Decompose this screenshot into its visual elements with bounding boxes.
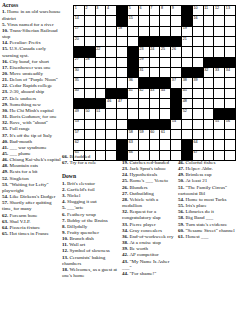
grid-cell-r14c8[interactable] bbox=[150, 140, 161, 150]
grid-cell-r8c14[interactable] bbox=[214, 78, 225, 88]
cell-number: 59 bbox=[139, 130, 143, 134]
grid-cell-r1c9[interactable]: 8 bbox=[160, 6, 171, 16]
grid-cell-r11c3[interactable]: 51 bbox=[96, 109, 107, 119]
down-clue-28: 28. Vehicle with a medallion bbox=[122, 197, 175, 209]
grid-cell-r7c9[interactable] bbox=[160, 68, 171, 78]
grid-cell-r6c13 bbox=[204, 58, 215, 68]
grid-cell-r1c7[interactable]: 6 bbox=[139, 6, 150, 16]
grid-cell-r7c13[interactable]: 32 bbox=[204, 68, 215, 78]
grid-cell-r6c8[interactable] bbox=[150, 58, 161, 68]
cell-number: 58 bbox=[129, 130, 133, 134]
grid-cell-r14c9[interactable] bbox=[160, 140, 171, 150]
grid-cell-r6c4[interactable] bbox=[106, 58, 117, 68]
grid-cell-r3c1[interactable]: 17 bbox=[74, 27, 85, 37]
grid-cell-r12c2[interactable] bbox=[85, 120, 96, 130]
cell-number: 13 bbox=[226, 6, 230, 10]
grid-cell-r2c1[interactable]: 14 bbox=[74, 16, 85, 26]
grid-cell-r4c15[interactable] bbox=[225, 37, 236, 47]
grid-cell-r6c6 bbox=[128, 58, 139, 68]
grid-cell-r13c11[interactable] bbox=[182, 130, 193, 140]
grid-cell-r12c5[interactable] bbox=[117, 120, 128, 130]
across-clue-57: 57. Shortly after quitting time, for man… bbox=[2, 200, 62, 212]
clue-column-four: 46. Colorful fishes47. Helper: Abbr.49. … bbox=[178, 160, 235, 240]
grid-cell-r1c14[interactable]: 12 bbox=[214, 6, 225, 16]
grid-cell-r4c8 bbox=[150, 37, 161, 47]
grid-cell-r8c3[interactable] bbox=[96, 78, 107, 88]
cell-number: 46 bbox=[107, 99, 111, 103]
cell-number: 24 bbox=[150, 47, 154, 51]
across-clue-1: 1. Home in an old warehouse district bbox=[2, 9, 62, 21]
grid-cell-r10c14[interactable] bbox=[214, 99, 225, 109]
grid-cell-r7c5[interactable] bbox=[117, 68, 128, 78]
grid-cell-r9c12[interactable] bbox=[193, 89, 204, 99]
grid-cell-r6c1[interactable]: 27 bbox=[74, 58, 85, 68]
grid-cell-r14c10[interactable] bbox=[171, 140, 182, 150]
grid-cell-r8c2[interactable] bbox=[85, 78, 96, 88]
grid-cell-r10c7[interactable] bbox=[139, 99, 150, 109]
cell-number: 42 bbox=[139, 88, 143, 92]
down-clue-12: 12. Symbol of slowness bbox=[62, 248, 118, 254]
grid-cell-r2c10[interactable] bbox=[171, 16, 182, 26]
clue-column-two: 66. Befuddled67. Try for a role Down 1. … bbox=[62, 154, 118, 279]
cell-number: 44 bbox=[161, 88, 165, 92]
grid-cell-r5c13[interactable] bbox=[204, 47, 215, 57]
grid-cell-r3c8[interactable] bbox=[150, 27, 161, 37]
cell-number: 28 bbox=[85, 57, 89, 61]
grid-cell-r11c8[interactable] bbox=[150, 109, 161, 119]
cell-number: 10 bbox=[193, 6, 197, 10]
cell-number: 50 bbox=[85, 109, 89, 113]
grid-cell-r10c10 bbox=[171, 99, 182, 109]
grid-cell-r8c9 bbox=[160, 78, 171, 88]
grid-cell-r12c3[interactable] bbox=[96, 120, 107, 130]
grid-cell-r3c7[interactable] bbox=[139, 27, 150, 37]
cell-number: 12 bbox=[215, 6, 219, 10]
grid-cell-r4c11[interactable]: 21 bbox=[182, 37, 193, 47]
grid-cell-r9c13[interactable] bbox=[204, 89, 215, 99]
grid-cell-r14c4[interactable] bbox=[106, 140, 117, 150]
grid-cell-r9c9[interactable]: 44 bbox=[160, 89, 171, 99]
cell-number: 31 bbox=[139, 68, 143, 72]
down-clues-list-2: 19. Catches red-handed23. Jack Sprat's t… bbox=[122, 160, 175, 277]
grid-cell-r11c9[interactable] bbox=[160, 109, 171, 119]
grid-cell-r13c2[interactable] bbox=[85, 130, 96, 140]
grid-cell-r10c12[interactable] bbox=[193, 99, 204, 109]
grid-cell-r6c15 bbox=[225, 58, 236, 68]
down-clue-60: 60. "Sesame Street" channel bbox=[178, 228, 235, 234]
grid-cell-r7c10[interactable] bbox=[171, 68, 182, 78]
grid-cell-r13c6[interactable]: 58 bbox=[128, 130, 139, 140]
grid-cell-r7c3[interactable] bbox=[96, 68, 107, 78]
grid-cell-r13c10[interactable] bbox=[171, 130, 182, 140]
grid-cell-r1c13[interactable]: 11 bbox=[204, 6, 215, 16]
grid-cell-r2c4[interactable] bbox=[106, 16, 117, 26]
grid-cell-r2c8[interactable] bbox=[150, 16, 161, 26]
cell-number: 54 bbox=[172, 119, 176, 123]
cell-number: 52 bbox=[183, 109, 187, 113]
grid-cell-r12c14[interactable]: 55 bbox=[214, 120, 225, 130]
across-clues-column: Across 1. Home in an old warehouse distr… bbox=[2, 2, 62, 237]
grid-cell-r11c6[interactable] bbox=[128, 109, 139, 119]
grid-cell-r5c8[interactable]: 24 bbox=[150, 47, 161, 57]
across-header: Across bbox=[2, 2, 62, 8]
grid-cell-r12c1[interactable]: 53 bbox=[74, 120, 85, 130]
down-clue-44: 44. "For shame!" bbox=[122, 271, 175, 277]
grid-cell-r7c7[interactable]: 31 bbox=[139, 68, 150, 78]
grid-cell-r9c14[interactable] bbox=[214, 89, 225, 99]
cell-number: 29 bbox=[139, 57, 143, 61]
grid-cell-r8c7 bbox=[139, 78, 150, 88]
grid-cell-r4c1[interactable]: 20 bbox=[74, 37, 85, 47]
down-clue-32: 32. Request for a congratulatory slap bbox=[122, 209, 175, 221]
across-clue-5: 5. Virus named for a river bbox=[2, 22, 62, 28]
down-clues-list-3: 46. Colorful fishes47. Helper: Abbr.49. … bbox=[178, 160, 235, 240]
grid-cell-r13c4[interactable] bbox=[106, 130, 117, 140]
grid-cell-r11c7[interactable] bbox=[139, 109, 150, 119]
grid-cell-r10c5[interactable]: 47 bbox=[117, 99, 128, 109]
cell-number: 49 bbox=[75, 109, 79, 113]
grid-cell-r3c3[interactable] bbox=[96, 27, 107, 37]
grid-cell-r3c10[interactable] bbox=[171, 27, 182, 37]
grid-cell-r2c3[interactable] bbox=[96, 16, 107, 26]
grid-cell-r6c3[interactable] bbox=[96, 58, 107, 68]
crossword-grid: 1234567891011121314151617181920212223242… bbox=[73, 5, 236, 161]
grid-cell-r11c13[interactable] bbox=[204, 109, 215, 119]
grid-cell-r9c11[interactable]: 45 bbox=[182, 89, 193, 99]
grid-cell-r8c10[interactable]: 37 bbox=[171, 78, 182, 88]
grid-cell-r5c12[interactable] bbox=[193, 47, 204, 57]
grid-cell-r8c13[interactable] bbox=[204, 78, 215, 88]
cell-number: 32 bbox=[204, 68, 208, 72]
cell-number: 35 bbox=[75, 78, 79, 82]
cell-number: 4 bbox=[107, 6, 109, 10]
grid-cell-r11c5[interactable] bbox=[117, 109, 128, 119]
down-clue-51: 51. "The Family Circus" cartoonist Bil bbox=[178, 185, 235, 197]
grid-cell-r14c14[interactable] bbox=[214, 140, 225, 150]
across-clue-15: 15. U.S./Canada early warning syst. bbox=[2, 46, 62, 58]
cell-number: 37 bbox=[172, 78, 176, 82]
grid-cell-r11c10 bbox=[171, 109, 182, 119]
grid-cell-r1c5 bbox=[117, 6, 128, 16]
grid-cell-r1c11 bbox=[182, 6, 193, 16]
clue-column-three: 19. Catches red-handed23. Jack Sprat's t… bbox=[122, 160, 175, 277]
grid-cell-r5c4[interactable] bbox=[106, 47, 117, 57]
cell-number: 25 bbox=[161, 47, 165, 51]
cell-number: 22 bbox=[96, 47, 100, 51]
grid-cell-r9c7[interactable]: 42 bbox=[139, 89, 150, 99]
grid-cell-r8c5[interactable] bbox=[117, 78, 128, 88]
cell-number: 11 bbox=[204, 6, 208, 10]
cell-number: 8 bbox=[161, 6, 163, 10]
grid-cell-r2c5 bbox=[117, 16, 128, 26]
grid-cell-r14c15[interactable] bbox=[225, 140, 236, 150]
grid-cell-r6c5[interactable] bbox=[117, 58, 128, 68]
grid-cell-r10c15[interactable] bbox=[225, 99, 236, 109]
grid-cell-r4c2[interactable] bbox=[85, 37, 96, 47]
grid-cell-r8c11[interactable]: 38 bbox=[182, 78, 193, 88]
grid-cell-r14c6[interactable]: 63 bbox=[128, 140, 139, 150]
grid-cell-r12c4[interactable] bbox=[106, 120, 117, 130]
grid-cell-r11c1[interactable]: 49 bbox=[74, 109, 85, 119]
grid-cell-r10c4[interactable]: 46 bbox=[106, 99, 117, 109]
grid-cell-r3c12[interactable] bbox=[193, 27, 204, 37]
cell-number: 51 bbox=[96, 109, 100, 113]
grid-cell-r3c4[interactable] bbox=[106, 27, 117, 37]
grid-cell-r2c14[interactable] bbox=[214, 16, 225, 26]
grid-cell-r13c3[interactable] bbox=[96, 130, 107, 140]
grid-cell-r12c11[interactable] bbox=[182, 120, 193, 130]
grid-cell-r5c14[interactable] bbox=[214, 47, 225, 57]
cell-number: 30 bbox=[75, 68, 79, 72]
grid-cell-r2c6[interactable]: 15 bbox=[128, 16, 139, 26]
grid-cell-r4c12[interactable] bbox=[193, 37, 204, 47]
grid-cell-r9c4 bbox=[106, 89, 117, 99]
grid-cell-r1c12[interactable]: 10 bbox=[193, 6, 204, 16]
grid-cell-r14c12[interactable]: 64 bbox=[193, 140, 204, 150]
cell-number: 67 bbox=[193, 150, 197, 154]
grid-cell-r14c5 bbox=[117, 140, 128, 150]
grid-cell-r4c14[interactable] bbox=[214, 37, 225, 47]
down-clue-43: 43. "My Name Is Asher ___" bbox=[122, 259, 175, 271]
grid-cell-r1c15[interactable]: 13 bbox=[225, 6, 236, 16]
down-clue-13: 13. Ceramists' baking chambers bbox=[62, 255, 118, 267]
cell-number: 9 bbox=[172, 6, 174, 10]
grid-cell-r7c15[interactable]: 34 bbox=[225, 68, 236, 78]
cell-number: 1 bbox=[75, 6, 77, 10]
grid-cell-r3c11[interactable]: 19 bbox=[182, 27, 193, 37]
grid-cell-r10c8[interactable] bbox=[150, 99, 161, 109]
grid-cell-r3c13[interactable] bbox=[204, 27, 215, 37]
grid-cell-r5c2 bbox=[85, 47, 96, 57]
grid-cell-r4c7 bbox=[139, 37, 150, 47]
across-clue-53: 53. "Waiting for Lefty" playwright bbox=[2, 182, 62, 194]
grid-cell-r1c1[interactable]: 1 bbox=[74, 6, 85, 16]
grid-cell-r6c11[interactable] bbox=[182, 58, 193, 68]
grid-cell-r8c4[interactable] bbox=[106, 78, 117, 88]
cell-number: 23 bbox=[139, 47, 143, 51]
cell-number: 60 bbox=[150, 130, 154, 134]
grid-cell-r8c1[interactable]: 35 bbox=[74, 78, 85, 88]
grid-cell-r2c9[interactable] bbox=[160, 16, 171, 26]
grid-cell-r7c1[interactable]: 30 bbox=[74, 68, 85, 78]
grid-cell-r14c13[interactable] bbox=[204, 140, 215, 150]
grid-cell-r9c3[interactable] bbox=[96, 89, 107, 99]
grid-cell-r13c12[interactable] bbox=[193, 130, 204, 140]
grid-cell-r1c6[interactable]: 5 bbox=[128, 6, 139, 16]
grid-cell-r13c7[interactable]: 59 bbox=[139, 130, 150, 140]
grid-cell-r7c8[interactable] bbox=[150, 68, 161, 78]
grid-cell-r4c4[interactable] bbox=[106, 37, 117, 47]
grid-cell-r14c7[interactable] bbox=[139, 140, 150, 150]
cell-number: 27 bbox=[75, 57, 79, 61]
grid-cell-r2c13[interactable] bbox=[204, 16, 215, 26]
cell-number: 56 bbox=[226, 119, 230, 123]
grid-cell-r10c13[interactable] bbox=[204, 99, 215, 109]
grid-cell-r7c11 bbox=[182, 68, 193, 78]
grid-cell-r4c6[interactable] bbox=[128, 37, 139, 47]
cell-number: 20 bbox=[75, 37, 79, 41]
grid-cell-r5c7[interactable]: 23 bbox=[139, 47, 150, 57]
grid-cell-r7c6 bbox=[128, 68, 139, 78]
down-clues-list-1: 1. Brit's elevator2. Garfield's foil3. N… bbox=[62, 181, 118, 280]
grid-cell-r6c7[interactable]: 29 bbox=[139, 58, 150, 68]
grid-cell-r9c10 bbox=[171, 89, 182, 99]
grid-cell-r6c10[interactable] bbox=[171, 58, 182, 68]
grid-cell-r5c5[interactable] bbox=[117, 47, 128, 57]
grid-cell-r5c15[interactable] bbox=[225, 47, 236, 57]
down-clue-61: 61. Honest ___ bbox=[178, 234, 235, 240]
across-clue-10: 10. Trans-Siberian Railroad stop bbox=[2, 28, 62, 40]
column-spacer bbox=[62, 166, 118, 173]
grid-cell-r10c6[interactable] bbox=[128, 99, 139, 109]
grid-cell-r5c11[interactable] bbox=[182, 47, 193, 57]
grid-cell-r2c7[interactable] bbox=[139, 16, 150, 26]
down-clue-59: 59. Turn state's evidence bbox=[178, 222, 235, 228]
cell-number: 41 bbox=[129, 88, 133, 92]
across-clue-65: 65. Hot times in France bbox=[2, 231, 62, 237]
across-clues-list-main: 1. Home in an old warehouse district5. V… bbox=[2, 9, 62, 237]
grid-cell-r13c1[interactable]: 57 bbox=[74, 130, 85, 140]
grid-cell-r13c14[interactable] bbox=[214, 130, 225, 140]
grid-cell-r4c10 bbox=[171, 37, 182, 47]
grid-cell-r5c9[interactable]: 25 bbox=[160, 47, 171, 57]
grid-cell-r2c2[interactable] bbox=[85, 16, 96, 26]
grid-cell-r8c6[interactable]: 36 bbox=[128, 78, 139, 88]
cell-number: 55 bbox=[215, 119, 219, 123]
grid-cell-r8c15[interactable] bbox=[225, 78, 236, 88]
grid-cell-r3c14[interactable] bbox=[214, 27, 225, 37]
grid-cell-r11c12[interactable] bbox=[193, 109, 204, 119]
grid-cell-r12c13[interactable] bbox=[204, 120, 215, 130]
grid-cell-r8c8 bbox=[150, 78, 161, 88]
cell-number: 66 bbox=[129, 150, 133, 154]
grid-cell-r12c8 bbox=[150, 120, 161, 130]
grid-cell-r6c14 bbox=[214, 58, 225, 68]
grid-cell-r12c10[interactable]: 54 bbox=[171, 120, 182, 130]
grid-cell-r9c15[interactable] bbox=[225, 89, 236, 99]
grid-cell-r6c2[interactable]: 28 bbox=[85, 58, 96, 68]
grid-cell-r1c8[interactable]: 7 bbox=[150, 6, 161, 16]
grid-cell-r11c4[interactable] bbox=[106, 109, 117, 119]
grid-cell-r12c6 bbox=[128, 120, 139, 130]
grid-cell-r5c1 bbox=[74, 47, 85, 57]
cell-number: 18 bbox=[118, 26, 122, 30]
cell-number: 3 bbox=[96, 6, 98, 10]
grid-cell-r9c2[interactable] bbox=[85, 89, 96, 99]
grid-cell-r13c13[interactable] bbox=[204, 130, 215, 140]
grid-cell-r5c3[interactable]: 22 bbox=[96, 47, 107, 57]
cell-number: 16 bbox=[193, 16, 197, 20]
grid-cell-r5c10[interactable]: 26 bbox=[171, 47, 182, 57]
grid-cell-r3c15[interactable] bbox=[225, 27, 236, 37]
cell-number: 26 bbox=[172, 47, 176, 51]
cell-number: 15 bbox=[129, 16, 133, 20]
grid-cell-r4c13[interactable] bbox=[204, 37, 215, 47]
cell-number: 45 bbox=[183, 88, 187, 92]
cell-number: 64 bbox=[193, 140, 197, 144]
grid-cell-r7c14[interactable]: 33 bbox=[214, 68, 225, 78]
grid-cell-r2c11 bbox=[182, 16, 193, 26]
grid-cell-r1c4[interactable]: 4 bbox=[106, 6, 117, 16]
down-clue-18: 18. Welcomes, as a guest at one's home bbox=[62, 267, 118, 279]
grid-cell-r11c2[interactable]: 50 bbox=[85, 109, 96, 119]
grid-cell-r14c1[interactable]: 62 bbox=[74, 140, 85, 150]
grid-cell-r4c9 bbox=[160, 37, 171, 47]
grid-cell-r11c15 bbox=[225, 109, 236, 119]
grid-cell-r10c11[interactable]: 48 bbox=[182, 99, 193, 109]
grid-cell-r10c2 bbox=[85, 99, 96, 109]
grid-cell-r2c15[interactable] bbox=[225, 16, 236, 26]
grid-cell-r3c2[interactable] bbox=[85, 27, 96, 37]
cell-number: 43 bbox=[150, 88, 154, 92]
cell-number: 63 bbox=[129, 140, 133, 144]
grid-cell-r2c12[interactable]: 16 bbox=[193, 16, 204, 26]
down-clue-25: 25. Rome's ___ Veneto bbox=[122, 178, 175, 184]
cell-number: 6 bbox=[139, 6, 141, 10]
grid-cell-r8c12[interactable]: 39 bbox=[193, 78, 204, 88]
grid-cell-r13c15[interactable] bbox=[225, 130, 236, 140]
grid-cell-r4c5[interactable] bbox=[117, 37, 128, 47]
cell-number: 53 bbox=[75, 119, 79, 123]
grid-cell-r7c12 bbox=[193, 68, 204, 78]
cell-number: 21 bbox=[183, 37, 187, 41]
grid-cell-r3c9[interactable] bbox=[160, 27, 171, 37]
grid-cell-r7c2[interactable] bbox=[85, 68, 96, 78]
grid-cell-r3c5[interactable]: 18 bbox=[117, 27, 128, 37]
grid-cell-r14c3[interactable] bbox=[96, 140, 107, 150]
grid-cell-r9c6[interactable]: 41 bbox=[128, 89, 139, 99]
grid-cell-r14c2[interactable] bbox=[85, 140, 96, 150]
grid-cell-r10c1 bbox=[74, 99, 85, 109]
grid-cell-r12c12[interactable] bbox=[193, 120, 204, 130]
cell-number: 5 bbox=[129, 6, 131, 10]
grid-cell-r9c1[interactable]: 40 bbox=[74, 89, 85, 99]
grid-cell-r1c2[interactable]: 2 bbox=[85, 6, 96, 16]
grid-cell-r10c3 bbox=[96, 99, 107, 109]
grid-cell-r13c8[interactable]: 60 bbox=[150, 130, 161, 140]
grid-cell-r1c3[interactable]: 3 bbox=[96, 6, 107, 16]
cell-number: 19 bbox=[183, 26, 187, 30]
cell-number: 61 bbox=[161, 130, 165, 134]
grid-cell-r11c14 bbox=[214, 109, 225, 119]
grid-cell-r1c10[interactable]: 9 bbox=[171, 6, 182, 16]
grid-cell-r12c9 bbox=[160, 120, 171, 130]
down-header: Down bbox=[62, 173, 118, 179]
grid-cell-r6c9[interactable] bbox=[160, 58, 171, 68]
grid-cell-r9c5 bbox=[117, 89, 128, 99]
cell-number: 17 bbox=[75, 26, 79, 30]
grid-cell-r3c6[interactable] bbox=[128, 27, 139, 37]
grid-cell-r14c11 bbox=[182, 140, 193, 150]
grid-cell-r11c11[interactable]: 52 bbox=[182, 109, 193, 119]
grid-cell-r12c15[interactable]: 56 bbox=[225, 120, 236, 130]
cell-number: 40 bbox=[75, 88, 79, 92]
grid-cell-r10c9[interactable] bbox=[160, 99, 171, 109]
grid-cell-r12c7 bbox=[139, 120, 150, 130]
grid-cell-r6c12[interactable] bbox=[193, 58, 204, 68]
grid-cell-r9c8[interactable]: 43 bbox=[150, 89, 161, 99]
cell-number: 33 bbox=[215, 68, 219, 72]
cell-number: 7 bbox=[150, 6, 152, 10]
grid-cell-r13c9[interactable]: 61 bbox=[160, 130, 171, 140]
cell-number: 34 bbox=[226, 68, 230, 72]
grid-cell-r5c6 bbox=[128, 47, 139, 57]
grid-cell-r4c3[interactable] bbox=[96, 37, 107, 47]
cell-number: 62 bbox=[75, 140, 79, 144]
grid-cell-r7c4[interactable] bbox=[106, 68, 117, 78]
cell-number: 38 bbox=[183, 78, 187, 82]
grid-cell-r13c5[interactable] bbox=[117, 130, 128, 140]
